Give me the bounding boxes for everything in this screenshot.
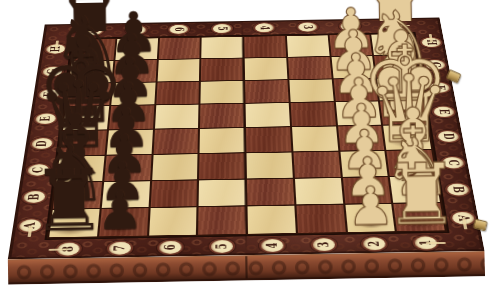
square-h2 [329, 35, 372, 56]
square-f5 [201, 81, 244, 104]
square-h5 [202, 37, 243, 58]
inlay-dash [77, 30, 94, 32]
fold-seam-side [245, 256, 248, 278]
coordinate-glyph: 3 [298, 25, 317, 29]
square-e5 [200, 104, 244, 128]
product-photo-scene: AA88BB77CC66DD55EE44FF33GG22HH11 ♜♟♟♜♞♟♟… [0, 0, 490, 288]
square-e4 [246, 103, 290, 127]
square-h3 [287, 35, 329, 56]
square-h8 [72, 39, 115, 60]
square-g6 [157, 59, 199, 81]
square-h1 [371, 34, 415, 55]
coordinate-glyph: 7 [127, 28, 146, 32]
square-g4 [245, 58, 287, 80]
coordinate-glyph: 6 [170, 27, 189, 31]
chess-board: AA88BB77CC66DD55EE44FF33GG22HH11 ♜♟♟♜♞♟♟… [8, 17, 485, 259]
coordinate-glyph: 5 [213, 26, 231, 30]
square-h4 [244, 36, 286, 57]
square-h7 [115, 38, 157, 59]
coordinate-glyph: 2 [341, 24, 360, 28]
board-tilt-wrapper: AA88BB77CC66DD55EE44FF33GG22HH11 ♜♟♟♜♞♟♟… [0, 0, 490, 288]
square-f4 [245, 80, 288, 103]
square-g3 [288, 57, 331, 79]
coordinate-glyph: 4 [255, 26, 274, 30]
inlay-dash [393, 25, 410, 27]
square-h6 [158, 38, 200, 59]
square-g5 [201, 58, 243, 80]
